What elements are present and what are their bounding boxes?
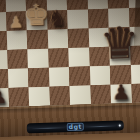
square-c3[interactable] <box>28 68 49 88</box>
square-g5[interactable] <box>109 27 130 47</box>
square-e3[interactable] <box>69 66 90 86</box>
square-f5[interactable] <box>88 28 109 48</box>
square-b7[interactable] <box>5 0 26 12</box>
square-f3[interactable] <box>90 66 111 86</box>
square-g6[interactable] <box>108 8 129 28</box>
square-h2[interactable] <box>131 83 140 103</box>
square-e4[interactable] <box>69 47 90 67</box>
square-d7[interactable] <box>46 0 67 11</box>
square-c4[interactable] <box>28 49 49 69</box>
square-b4[interactable] <box>7 49 28 69</box>
square-f2[interactable] <box>90 85 111 105</box>
square-c7[interactable] <box>26 0 47 11</box>
square-f6[interactable] <box>88 9 109 29</box>
square-e5[interactable] <box>68 28 89 48</box>
square-b3[interactable] <box>8 68 29 88</box>
square-c2[interactable] <box>29 87 50 107</box>
square-e6[interactable] <box>67 9 88 29</box>
square-b6[interactable] <box>6 11 27 31</box>
square-g3[interactable] <box>110 65 131 85</box>
dgt-logo: dgt <box>66 123 84 132</box>
square-g2[interactable] <box>111 84 132 104</box>
square-d4[interactable] <box>48 48 69 68</box>
square-f4[interactable] <box>89 47 110 67</box>
square-d6[interactable] <box>47 10 68 30</box>
square-c5[interactable] <box>27 30 48 50</box>
square-b2[interactable] <box>8 87 29 107</box>
square-e2[interactable] <box>70 85 91 105</box>
square-d3[interactable] <box>49 67 70 87</box>
power-led-icon <box>119 124 121 126</box>
square-d5[interactable] <box>47 29 68 49</box>
square-d2[interactable] <box>49 86 70 106</box>
square-c6[interactable] <box>26 11 47 31</box>
square-g4[interactable] <box>110 46 131 66</box>
square-b5[interactable] <box>6 30 27 50</box>
square-h3[interactable] <box>131 64 140 84</box>
board-scene: ♟♚♞♛♟♟ dgt <box>0 0 140 140</box>
chessboard-photo: ♟♚♞♛♟♟ dgt <box>0 0 140 140</box>
